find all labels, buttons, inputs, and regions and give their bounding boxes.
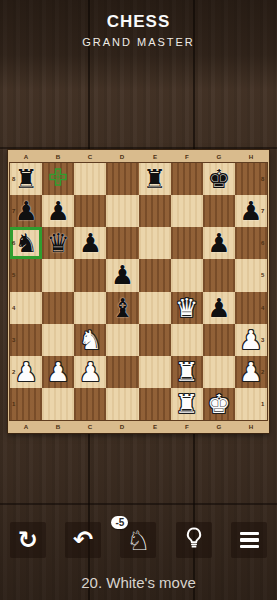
- square-g7[interactable]: [203, 195, 235, 227]
- square-b5[interactable]: [42, 259, 74, 291]
- file-label-bottom-g: G: [216, 423, 221, 430]
- menu-icon: [240, 532, 259, 548]
- piece-black-pawn[interactable]: ♟: [79, 230, 102, 256]
- square-g6[interactable]: ♟: [203, 227, 235, 259]
- square-c2[interactable]: ♟: [74, 356, 106, 388]
- piece-black-queen[interactable]: ♛: [47, 230, 70, 256]
- square-f4[interactable]: ♛: [171, 292, 203, 324]
- toolbar-button-menu[interactable]: [231, 522, 267, 558]
- square-c6[interactable]: ♟: [74, 227, 106, 259]
- piece-white-pawn[interactable]: ♟: [47, 359, 70, 385]
- square-f5[interactable]: [171, 259, 203, 291]
- square-d8[interactable]: [106, 163, 138, 195]
- piece-black-pawn[interactable]: ♟: [207, 295, 230, 321]
- square-b7[interactable]: ♟: [42, 195, 74, 227]
- file-label-bottom-d: D: [120, 423, 124, 430]
- square-c5[interactable]: [74, 259, 106, 291]
- square-c4[interactable]: [74, 292, 106, 324]
- file-label-bottom-c: C: [88, 423, 92, 430]
- square-d1[interactable]: [106, 388, 138, 420]
- app-screen: CHESS GRAND MASTER ♜♜♚♟♟♟♞♛♟♟♟♝♛♟♞♟♟♟♟♜♟…: [0, 0, 277, 600]
- toolbar-button-hint[interactable]: [176, 522, 212, 558]
- rank-label-right-6: 6: [262, 240, 265, 247]
- square-f6[interactable]: [171, 227, 203, 259]
- rank-label-left-7: 7: [12, 208, 15, 215]
- file-label-top-a: A: [24, 153, 28, 160]
- rotate-icon: ↻: [18, 528, 38, 552]
- rank-label-right-5: 5: [262, 272, 265, 279]
- toolbar-button-undo[interactable]: ↶: [65, 522, 101, 558]
- piece-white-rook[interactable]: ♜: [175, 391, 198, 417]
- piece-white-king[interactable]: ♚: [207, 391, 230, 417]
- square-f1[interactable]: ♜: [171, 388, 203, 420]
- rank-label-right-3: 3: [262, 336, 265, 343]
- rank-label-left-6: 6: [12, 240, 15, 247]
- square-g4[interactable]: ♟: [203, 292, 235, 324]
- wood-seam: [0, 147, 277, 149]
- material-score-badge: -5: [111, 516, 128, 529]
- square-c7[interactable]: [74, 195, 106, 227]
- piece-black-pawn[interactable]: ♟: [111, 262, 134, 288]
- square-e1[interactable]: [139, 388, 171, 420]
- file-label-bottom-f: F: [185, 423, 189, 430]
- file-label-top-e: E: [152, 153, 156, 160]
- lightbulb-icon: [181, 525, 207, 555]
- header: CHESS GRAND MASTER: [0, 0, 277, 48]
- square-b2[interactable]: ♟: [42, 356, 74, 388]
- piece-white-queen[interactable]: ♛: [175, 295, 198, 321]
- chess-board[interactable]: ♜♜♚♟♟♟♞♛♟♟♟♝♛♟♞♟♟♟♟♜♟♜♚ AABBCCDDEEFFGGHH…: [8, 150, 269, 433]
- square-b4[interactable]: [42, 292, 74, 324]
- square-e4[interactable]: [139, 292, 171, 324]
- file-label-bottom-b: B: [56, 423, 60, 430]
- last-move-origin-cross-icon: [47, 166, 69, 192]
- square-b3[interactable]: [42, 324, 74, 356]
- board-grid: ♜♜♚♟♟♟♞♛♟♟♟♝♛♟♞♟♟♟♟♜♟♜♚: [10, 163, 267, 420]
- file-label-top-g: G: [216, 153, 221, 160]
- square-f7[interactable]: [171, 195, 203, 227]
- rank-label-right-8: 8: [262, 176, 265, 183]
- rank-label-right-7: 7: [262, 208, 265, 215]
- difficulty-label: GRAND MASTER: [0, 36, 277, 48]
- square-e2[interactable]: [139, 356, 171, 388]
- file-label-top-h: H: [249, 153, 253, 160]
- rank-label-left-5: 5: [12, 272, 15, 279]
- rank-label-right-2: 2: [262, 369, 265, 376]
- file-label-top-d: D: [120, 153, 124, 160]
- wood-seam: [0, 503, 277, 505]
- square-d6[interactable]: [106, 227, 138, 259]
- square-g1[interactable]: ♚: [203, 388, 235, 420]
- square-c8[interactable]: [74, 163, 106, 195]
- piece-white-pawn[interactable]: ♟: [14, 359, 37, 385]
- piece-black-pawn[interactable]: ♟: [239, 198, 262, 224]
- status-bar: 20. White's move: [0, 574, 277, 592]
- piece-black-pawn[interactable]: ♟: [207, 230, 230, 256]
- rank-label-left-3: 3: [12, 336, 15, 343]
- file-label-bottom-e: E: [152, 423, 156, 430]
- file-label-bottom-a: A: [24, 423, 28, 430]
- piece-white-pawn[interactable]: ♟: [239, 327, 262, 353]
- knight-icon: ♘: [126, 527, 150, 554]
- square-g8[interactable]: ♚: [203, 163, 235, 195]
- square-f3[interactable]: [171, 324, 203, 356]
- rank-label-left-2: 2: [12, 369, 15, 376]
- square-b1[interactable]: [42, 388, 74, 420]
- file-label-top-b: B: [56, 153, 60, 160]
- square-d7[interactable]: [106, 195, 138, 227]
- piece-black-knight[interactable]: ♞: [14, 230, 37, 256]
- rank-label-left-1: 1: [12, 401, 15, 408]
- piece-black-bishop[interactable]: ♝: [111, 295, 134, 321]
- square-d3[interactable]: [106, 324, 138, 356]
- piece-black-rook[interactable]: ♜: [14, 166, 37, 192]
- square-e5[interactable]: [139, 259, 171, 291]
- square-b6[interactable]: ♛: [42, 227, 74, 259]
- status-text: 20. White's move: [81, 574, 196, 591]
- square-c3[interactable]: ♞: [74, 324, 106, 356]
- square-e6[interactable]: [139, 227, 171, 259]
- piece-white-pawn[interactable]: ♟: [79, 359, 102, 385]
- rank-label-left-4: 4: [12, 304, 15, 311]
- rank-label-right-4: 4: [262, 304, 265, 311]
- square-g5[interactable]: [203, 259, 235, 291]
- square-e3[interactable]: [139, 324, 171, 356]
- square-e7[interactable]: [139, 195, 171, 227]
- toolbar-button-material-knight[interactable]: ♘-5: [120, 522, 156, 558]
- square-d5[interactable]: ♟: [106, 259, 138, 291]
- square-d4[interactable]: ♝: [106, 292, 138, 324]
- square-d2[interactable]: [106, 356, 138, 388]
- square-e8[interactable]: ♜: [139, 163, 171, 195]
- piece-black-pawn[interactable]: ♟: [47, 198, 70, 224]
- file-label-top-f: F: [185, 153, 189, 160]
- piece-white-rook[interactable]: ♜: [175, 359, 198, 385]
- square-g3[interactable]: [203, 324, 235, 356]
- file-label-top-c: C: [88, 153, 92, 160]
- rank-label-left-8: 8: [12, 176, 15, 183]
- square-b8[interactable]: [42, 163, 74, 195]
- file-label-bottom-h: H: [249, 423, 253, 430]
- square-f8[interactable]: [171, 163, 203, 195]
- square-c1[interactable]: [74, 388, 106, 420]
- toolbar: ↻↶♘-5: [0, 519, 277, 561]
- piece-black-pawn[interactable]: ♟: [14, 198, 37, 224]
- square-f2[interactable]: ♜: [171, 356, 203, 388]
- app-title: CHESS: [0, 12, 277, 32]
- piece-white-pawn[interactable]: ♟: [239, 359, 262, 385]
- piece-black-king[interactable]: ♚: [207, 166, 230, 192]
- square-g2[interactable]: [203, 356, 235, 388]
- undo-icon: ↶: [73, 528, 93, 552]
- piece-black-rook[interactable]: ♜: [143, 166, 166, 192]
- toolbar-button-rotate[interactable]: ↻: [10, 522, 46, 558]
- rank-label-right-1: 1: [262, 401, 265, 408]
- piece-white-knight[interactable]: ♞: [79, 327, 102, 353]
